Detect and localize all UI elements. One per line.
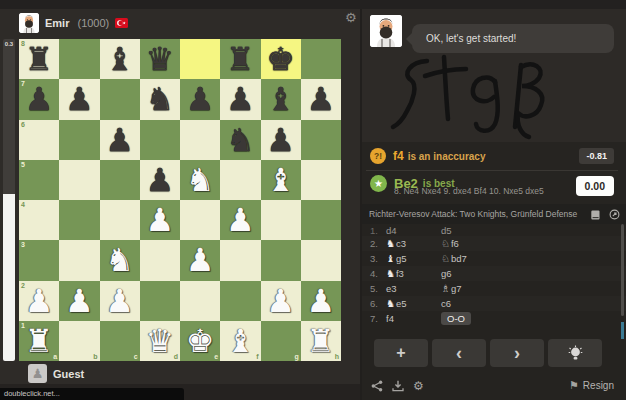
piece-white-pawn[interactable]: ♟: [105, 281, 134, 321]
square-b2[interactable]: ♟: [59, 281, 99, 321]
square-d1[interactable]: d♛: [140, 321, 180, 361]
move-row-7: 7.f4O-O: [362, 311, 626, 326]
square-a6[interactable]: 6: [19, 120, 59, 160]
square-a7[interactable]: 7♟: [19, 79, 59, 119]
coordinate-label: 6: [21, 121, 25, 128]
move-black-5[interactable]: ♗g7: [441, 283, 501, 294]
piece-black-rook[interactable]: ♜: [25, 39, 54, 79]
square-g8[interactable]: ♚: [261, 39, 301, 79]
square-c5[interactable]: [100, 160, 140, 200]
piece-black-pawn[interactable]: ♟: [266, 120, 295, 160]
square-c3[interactable]: ♞: [100, 240, 140, 280]
status-bar: doubleclick.net...: [0, 388, 184, 400]
flag-icon: ⚑: [569, 379, 579, 392]
move-row-5: 5.e3♗g7: [362, 281, 626, 296]
move-black-3[interactable]: ♘bd7: [441, 253, 501, 264]
coordinate-label: 1: [21, 322, 25, 329]
piece-black-pawn[interactable]: ♟: [25, 79, 54, 119]
square-g4[interactable]: [261, 200, 301, 240]
best-eval-badge: 0.00: [576, 176, 614, 196]
coordinate-label: 7: [21, 80, 25, 87]
piece-black-king[interactable]: ♚: [266, 39, 295, 79]
chat-bubble: OK, let's get started!: [412, 24, 614, 53]
square-f7[interactable]: ♟: [220, 79, 260, 119]
square-g5[interactable]: ♝: [261, 160, 301, 200]
move-row-4: 4.♞f3g6: [362, 266, 626, 281]
coordinate-label: e: [214, 353, 218, 360]
evaluation-bar-white: [3, 194, 15, 361]
piece-white-pawn[interactable]: ♟: [226, 200, 255, 240]
square-h5[interactable]: [301, 160, 341, 200]
square-f6[interactable]: ♞: [220, 120, 260, 160]
piece-black-pawn[interactable]: ♟: [226, 79, 255, 119]
coordinate-label: 4: [21, 201, 25, 208]
opening-name: Richter-Veresov Attack: Two Knights, Grü…: [369, 209, 590, 219]
divider: [366, 170, 618, 171]
move-list[interactable]: 1.d4d52.♞c3♘f63.♝g5♘bd74.♞f3g65.e3♗g76.♞…: [362, 224, 626, 334]
move-number: 5.: [370, 283, 386, 294]
piece-white-pawn[interactable]: ♟: [65, 281, 94, 321]
square-f8[interactable]: ♜: [220, 39, 260, 79]
move-text: d4: [386, 225, 397, 236]
figurine-icon: ♞: [386, 268, 395, 279]
piece-white-rook[interactable]: ♜: [25, 321, 54, 361]
square-c1[interactable]: c: [100, 321, 140, 361]
figurine-icon: ♗: [441, 283, 450, 294]
piece-black-bishop[interactable]: ♝: [266, 79, 295, 119]
square-c6[interactable]: ♟: [100, 120, 140, 160]
move-white-1[interactable]: d4: [386, 225, 427, 236]
inaccuracy-row[interactable]: ?! f4 is an inaccuracy: [370, 148, 486, 164]
next-move-button[interactable]: ›: [490, 339, 544, 367]
square-c4[interactable]: [100, 200, 140, 240]
square-d7[interactable]: ♞: [140, 79, 180, 119]
lightbulb-icon: [568, 345, 583, 362]
coordinate-label: h: [335, 353, 339, 360]
piece-black-pawn[interactable]: ♟: [105, 120, 134, 160]
bearded-man-avatar: [19, 13, 39, 33]
previous-move-button[interactable]: ‹: [432, 339, 486, 367]
figurine-icon: ♞: [386, 298, 395, 309]
move-text: g7: [451, 283, 462, 294]
piece-white-knight[interactable]: ♞: [105, 240, 134, 280]
resign-label: Resign: [583, 380, 614, 391]
piece-white-bishop[interactable]: ♝: [266, 160, 295, 200]
opening-bar[interactable]: Richter-Veresov Attack: Two Knights, Grü…: [362, 204, 626, 224]
square-b1[interactable]: b: [59, 321, 99, 361]
piece-black-queen[interactable]: ♛: [146, 39, 175, 79]
avatar[interactable]: [19, 13, 39, 33]
guest-pawn-icon: ♟: [32, 364, 44, 383]
inaccuracy-move: f4: [393, 149, 404, 163]
square-g7[interactable]: ♝: [261, 79, 301, 119]
move-text: c6: [441, 298, 451, 309]
figurine-icon: ♘: [441, 253, 450, 264]
resign-button[interactable]: ⚑ Resign: [569, 379, 614, 392]
piece-black-pawn[interactable]: ♟: [65, 79, 94, 119]
piece-black-pawn[interactable]: ♟: [307, 79, 336, 119]
coordinate-label: 3: [21, 241, 25, 248]
square-d2[interactable]: [140, 281, 180, 321]
figurine-icon: ♘: [441, 238, 450, 249]
square-h3[interactable]: [301, 240, 341, 280]
move-black-2[interactable]: ♘f6: [441, 238, 501, 249]
move-text: f4: [386, 313, 394, 324]
square-e5[interactable]: ♞: [180, 160, 220, 200]
explorer-arrow-icon[interactable]: [609, 209, 620, 220]
coordinate-label: 8: [21, 40, 25, 47]
top-player-rating: (1000): [77, 17, 109, 29]
square-a8[interactable]: 8♜: [19, 39, 59, 79]
move-row-2: 2.♞c3♘f6: [362, 236, 626, 251]
square-c2[interactable]: ♟: [100, 281, 140, 321]
move-text: c3: [396, 238, 406, 249]
inaccuracy-icon: ?!: [370, 148, 386, 164]
piece-white-knight[interactable]: ♞: [186, 160, 215, 200]
top-player-name[interactable]: Emir: [45, 17, 69, 29]
coordinate-label: b: [93, 353, 97, 360]
share-icon[interactable]: [371, 380, 383, 392]
square-e8[interactable]: [180, 39, 220, 79]
move-text: g5: [396, 253, 407, 264]
square-a3[interactable]: 3: [19, 240, 59, 280]
square-d3[interactable]: [140, 240, 180, 280]
square-a5[interactable]: 5: [19, 160, 59, 200]
inaccuracy-label: is an inaccuracy: [408, 151, 486, 162]
figurine-icon: ♝: [386, 253, 395, 264]
coordinate-label: f: [256, 353, 258, 360]
figurine-icon: ♞: [386, 238, 395, 249]
chess-analysis-window: Emir (1000) ⚙ 0.3 8♜♝♛♜♚7♟♟♞♟♟♝♟6♟♞♟5♟♞♝…: [0, 0, 626, 400]
move-number: 2.: [370, 238, 386, 249]
square-d6[interactable]: [140, 120, 180, 160]
piece-white-rook[interactable]: ♜: [307, 321, 336, 361]
square-b5[interactable]: [59, 160, 99, 200]
piece-white-pawn[interactable]: ♟: [186, 240, 215, 280]
hint-button[interactable]: [548, 339, 602, 367]
move-text: e3: [386, 283, 397, 294]
footer-bar: ⚙ ⚑ Resign: [362, 371, 626, 400]
square-h6[interactable]: [301, 120, 341, 160]
square-c8[interactable]: ♝: [100, 39, 140, 79]
scrollbar-thumb[interactable]: [621, 224, 624, 316]
square-e4[interactable]: [180, 200, 220, 240]
square-g1[interactable]: g: [261, 321, 301, 361]
square-h2[interactable]: ♟: [301, 281, 341, 321]
square-f4[interactable]: ♟: [220, 200, 260, 240]
square-b6[interactable]: [59, 120, 99, 160]
move-text: bd7: [451, 253, 467, 264]
move-feedback-section: ?! f4 is an inaccuracy -0.81 ★ Be2 is be…: [362, 142, 626, 204]
piece-black-pawn[interactable]: ♟: [186, 79, 215, 119]
move-text: f3: [396, 268, 404, 279]
move-text: e5: [396, 298, 407, 309]
square-h1[interactable]: h♜: [301, 321, 341, 361]
current-move: O-O: [441, 312, 471, 325]
piece-white-pawn[interactable]: ♟: [146, 200, 175, 240]
move-row-1: 1.d4d5: [362, 224, 626, 236]
piece-white-pawn[interactable]: ♟: [266, 281, 295, 321]
bearded-man-avatar: [370, 15, 402, 47]
move-row-6: 6.♞e5c6: [362, 296, 626, 311]
move-number: 4.: [370, 268, 386, 279]
move-black-7[interactable]: O-O: [441, 312, 501, 325]
evaluation-bar: 0.3: [3, 39, 15, 361]
square-e2[interactable]: [180, 281, 220, 321]
square-e7[interactable]: ♟: [180, 79, 220, 119]
inaccuracy-eval-badge: -0.81: [579, 148, 614, 164]
square-e1[interactable]: e♚: [180, 321, 220, 361]
square-f1[interactable]: f♝: [220, 321, 260, 361]
piece-white-king[interactable]: ♚: [186, 321, 215, 361]
piece-white-pawn[interactable]: ♟: [25, 281, 54, 321]
move-white-7[interactable]: f4: [386, 313, 427, 324]
top-player-row: Emir (1000): [19, 13, 128, 33]
avatar[interactable]: ♟: [28, 364, 47, 383]
move-text: g6: [441, 268, 452, 279]
analysis-panel: OK, let's get started! ?! f4 is an inacc…: [360, 9, 626, 400]
move-number: 6.: [370, 298, 386, 309]
bottom-player-row: ♟ Guest: [28, 364, 84, 383]
move-black-4[interactable]: g6: [441, 268, 501, 279]
square-b7[interactable]: ♟: [59, 79, 99, 119]
move-number: 7.: [370, 313, 386, 324]
move-text: f6: [451, 238, 459, 249]
chess-board[interactable]: 8♜♝♛♜♚7♟♟♞♟♟♝♟6♟♞♟5♟♞♝4♟♟3♞♟2♟♟♟♟♟1a♜bcd…: [19, 39, 341, 361]
turkey-flag-icon: [115, 18, 128, 28]
coordinate-label: c: [134, 353, 138, 360]
move-number: 3.: [370, 253, 386, 264]
square-a4[interactable]: 4: [19, 200, 59, 240]
square-f5[interactable]: [220, 160, 260, 200]
square-g6[interactable]: ♟: [261, 120, 301, 160]
square-e6[interactable]: [180, 120, 220, 160]
settings-gear-icon[interactable]: ⚙: [413, 379, 424, 393]
square-c7[interactable]: [100, 79, 140, 119]
square-f2[interactable]: [220, 281, 260, 321]
square-d4[interactable]: ♟: [140, 200, 180, 240]
best-line[interactable]: 8. Ne4 Nxe4 9. dxe4 Bf4 10. Nxe5 dxe5: [394, 186, 544, 196]
move-white-2[interactable]: ♞c3: [386, 238, 427, 249]
move-white-6[interactable]: ♞e5: [386, 298, 427, 309]
square-d8[interactable]: ♛: [140, 39, 180, 79]
edge-sliver: [621, 322, 624, 339]
piece-black-rook[interactable]: ♜: [226, 39, 255, 79]
coordinate-label: d: [174, 353, 178, 360]
move-white-4[interactable]: ♞f3: [386, 268, 427, 279]
download-icon[interactable]: [392, 380, 404, 392]
square-g2[interactable]: ♟: [261, 281, 301, 321]
add-button[interactable]: +: [374, 339, 428, 367]
piece-black-pawn[interactable]: ♟: [146, 160, 175, 200]
move-black-1[interactable]: d5: [441, 225, 501, 236]
coach-avatar[interactable]: [370, 15, 402, 47]
square-a1[interactable]: 1a♜: [19, 321, 59, 361]
best-move-star-icon: ★: [370, 175, 387, 192]
square-d5[interactable]: ♟: [140, 160, 180, 200]
coordinate-label: 5: [21, 161, 25, 168]
piece-black-bishop[interactable]: ♝: [105, 39, 134, 79]
piece-black-knight[interactable]: ♞: [226, 120, 255, 160]
square-h8[interactable]: [301, 39, 341, 79]
move-white-5[interactable]: e3: [386, 283, 427, 294]
move-black-6[interactable]: c6: [441, 298, 501, 309]
coordinate-label: 2: [21, 282, 25, 289]
move-number: 1.: [370, 225, 386, 236]
square-h7[interactable]: ♟: [301, 79, 341, 119]
square-f3[interactable]: [220, 240, 260, 280]
piece-white-pawn[interactable]: ♟: [307, 281, 336, 321]
square-h4[interactable]: [301, 200, 341, 240]
top-strip: [0, 0, 626, 9]
square-g3[interactable]: [261, 240, 301, 280]
board-settings-gear-icon[interactable]: ⚙: [345, 12, 357, 24]
piece-white-queen[interactable]: ♛: [146, 321, 175, 361]
control-buttons: + ‹ ›: [362, 334, 626, 371]
square-b4[interactable]: [59, 200, 99, 240]
coordinate-label: a: [53, 353, 57, 360]
piece-black-knight[interactable]: ♞: [146, 79, 175, 119]
square-a2[interactable]: 2♟: [19, 281, 59, 321]
move-text: d5: [441, 225, 452, 236]
square-b8[interactable]: [59, 39, 99, 79]
move-white-3[interactable]: ♝g5: [386, 253, 427, 264]
coordinate-label: g: [294, 353, 298, 360]
move-row-3: 3.♝g5♘bd7: [362, 251, 626, 266]
bottom-player-name[interactable]: Guest: [53, 368, 84, 380]
evaluation-value: 0.3: [3, 41, 15, 47]
square-e3[interactable]: ♟: [180, 240, 220, 280]
opening-book-icon[interactable]: [590, 209, 601, 220]
pen-scribble-drawing: [382, 47, 582, 157]
piece-white-bishop[interactable]: ♝: [226, 321, 255, 361]
square-b3[interactable]: [59, 240, 99, 280]
